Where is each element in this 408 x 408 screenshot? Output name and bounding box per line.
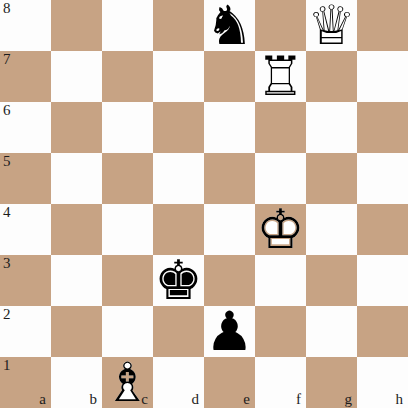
rank-label-7: 7 [3, 51, 11, 68]
square-a1[interactable]: 1a [0, 357, 51, 408]
square-a2[interactable]: 2 [0, 306, 51, 357]
square-h7[interactable] [357, 51, 408, 102]
white-king-outline: ♔ [256, 203, 304, 257]
square-e7[interactable] [204, 51, 255, 102]
square-e2[interactable]: ♟ [204, 306, 255, 357]
chess-board: 8♞♛♕7♜♖654♚♔3♚2♟1ab♝♗cdefgh [0, 0, 408, 408]
square-c7[interactable] [102, 51, 153, 102]
file-label-f: f [296, 392, 301, 407]
square-c8[interactable] [102, 0, 153, 51]
square-b8[interactable] [51, 0, 102, 51]
square-d8[interactable] [153, 0, 204, 51]
rank-label-6: 6 [3, 102, 11, 119]
square-g4[interactable] [306, 204, 357, 255]
square-b7[interactable] [51, 51, 102, 102]
square-c3[interactable] [102, 255, 153, 306]
square-a6[interactable]: 6 [0, 102, 51, 153]
square-e1[interactable]: e [204, 357, 255, 408]
white-king[interactable]: ♚♔ [255, 204, 306, 255]
black-king-glyph: ♚ [154, 254, 202, 308]
file-label-g: g [345, 392, 353, 407]
square-f8[interactable] [255, 0, 306, 51]
rank-label-1: 1 [3, 357, 11, 374]
square-e8[interactable]: ♞ [204, 0, 255, 51]
file-label-b: b [90, 392, 98, 407]
black-knight-glyph: ♞ [205, 0, 253, 53]
square-a8[interactable]: 8 [0, 0, 51, 51]
square-h4[interactable] [357, 204, 408, 255]
square-h5[interactable] [357, 153, 408, 204]
square-g5[interactable] [306, 153, 357, 204]
square-h6[interactable] [357, 102, 408, 153]
square-f2[interactable] [255, 306, 306, 357]
black-king[interactable]: ♚ [153, 255, 204, 306]
square-b3[interactable] [51, 255, 102, 306]
square-g6[interactable] [306, 102, 357, 153]
square-g8[interactable]: ♛♕ [306, 0, 357, 51]
square-c6[interactable] [102, 102, 153, 153]
square-b4[interactable] [51, 204, 102, 255]
square-b1[interactable]: b [51, 357, 102, 408]
square-g3[interactable] [306, 255, 357, 306]
square-c5[interactable] [102, 153, 153, 204]
square-c2[interactable] [102, 306, 153, 357]
rank-label-8: 8 [3, 0, 11, 17]
square-a7[interactable]: 7 [0, 51, 51, 102]
file-label-a: a [39, 392, 46, 407]
square-a4[interactable]: 4 [0, 204, 51, 255]
file-label-c: c [141, 392, 148, 407]
square-d1[interactable]: d [153, 357, 204, 408]
square-h8[interactable] [357, 0, 408, 51]
square-g1[interactable]: g [306, 357, 357, 408]
square-b2[interactable] [51, 306, 102, 357]
square-b5[interactable] [51, 153, 102, 204]
square-d2[interactable] [153, 306, 204, 357]
square-a5[interactable]: 5 [0, 153, 51, 204]
square-b6[interactable] [51, 102, 102, 153]
white-queen-outline: ♕ [307, 0, 355, 53]
square-e6[interactable] [204, 102, 255, 153]
square-d6[interactable] [153, 102, 204, 153]
black-pawn[interactable]: ♟ [204, 306, 255, 357]
square-d4[interactable] [153, 204, 204, 255]
square-g2[interactable] [306, 306, 357, 357]
square-c1[interactable]: ♝♗c [102, 357, 153, 408]
square-d7[interactable] [153, 51, 204, 102]
file-label-d: d [192, 392, 200, 407]
white-rook-outline: ♖ [256, 50, 304, 104]
black-knight[interactable]: ♞ [204, 0, 255, 51]
rank-label-2: 2 [3, 306, 11, 323]
white-queen[interactable]: ♛♕ [306, 0, 357, 51]
square-h1[interactable]: h [357, 357, 408, 408]
rank-label-5: 5 [3, 153, 11, 170]
square-f4[interactable]: ♚♔ [255, 204, 306, 255]
square-e4[interactable] [204, 204, 255, 255]
square-g7[interactable] [306, 51, 357, 102]
square-f1[interactable]: f [255, 357, 306, 408]
square-f3[interactable] [255, 255, 306, 306]
rank-label-4: 4 [3, 204, 11, 221]
square-h2[interactable] [357, 306, 408, 357]
square-e3[interactable] [204, 255, 255, 306]
file-label-e: e [243, 392, 250, 407]
file-label-h: h [396, 392, 404, 407]
rank-label-3: 3 [3, 255, 11, 272]
square-d5[interactable] [153, 153, 204, 204]
square-f5[interactable] [255, 153, 306, 204]
square-e5[interactable] [204, 153, 255, 204]
square-c4[interactable] [102, 204, 153, 255]
square-f7[interactable]: ♜♖ [255, 51, 306, 102]
square-f6[interactable] [255, 102, 306, 153]
square-d3[interactable]: ♚ [153, 255, 204, 306]
white-rook[interactable]: ♜♖ [255, 51, 306, 102]
square-a3[interactable]: 3 [0, 255, 51, 306]
square-h3[interactable] [357, 255, 408, 306]
black-pawn-glyph: ♟ [205, 305, 253, 359]
